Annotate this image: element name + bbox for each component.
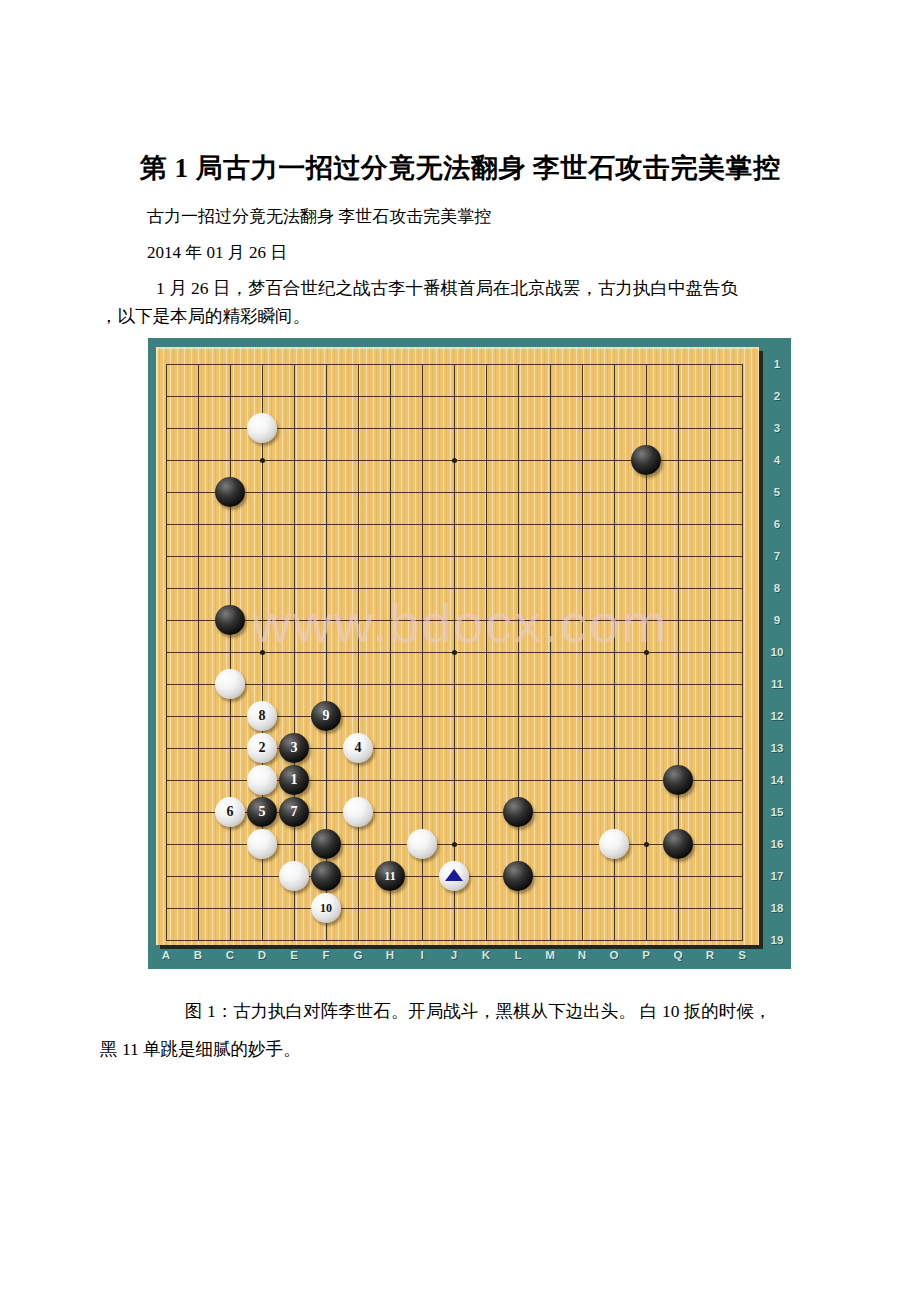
- col-label-K: K: [475, 949, 497, 961]
- col-label-A: A: [155, 949, 177, 961]
- stone-I16: [407, 829, 437, 859]
- stone-D12: 8: [247, 701, 277, 731]
- stone-G13: 4: [343, 733, 373, 763]
- star-point: [452, 842, 457, 847]
- col-label-O: O: [603, 949, 625, 961]
- stone-D14: [247, 765, 277, 795]
- stone-F18: 10: [311, 893, 341, 923]
- col-label-P: P: [635, 949, 657, 961]
- row-label-17: 17: [765, 868, 789, 884]
- row-label-4: 4: [765, 452, 789, 468]
- stone-J17: [439, 861, 469, 891]
- star-point: [452, 458, 457, 463]
- row-label-6: 6: [765, 516, 789, 532]
- move-number: 5: [259, 805, 266, 819]
- move-number: 2: [259, 741, 266, 755]
- row-label-10: 10: [765, 644, 789, 660]
- stone-G15: [343, 797, 373, 827]
- stone-Q16: [663, 829, 693, 859]
- stone-C5: [215, 477, 245, 507]
- col-label-E: E: [283, 949, 305, 961]
- col-label-J: J: [443, 949, 465, 961]
- stone-H17: 11: [375, 861, 405, 891]
- col-label-M: M: [539, 949, 561, 961]
- stone-C11: [215, 669, 245, 699]
- row-label-11: 11: [765, 676, 789, 692]
- move-number: 8: [259, 709, 266, 723]
- move-number: 4: [355, 741, 362, 755]
- move-number: 10: [320, 902, 332, 914]
- go-board: 8923416571110 ABCDEFGHIJKLMNOPQRS 123456…: [148, 338, 791, 969]
- move-number: 3: [291, 741, 298, 755]
- row-label-12: 12: [765, 708, 789, 724]
- col-label-L: L: [507, 949, 529, 961]
- col-label-B: B: [187, 949, 209, 961]
- stone-L15: [503, 797, 533, 827]
- stone-D16: [247, 829, 277, 859]
- col-label-F: F: [315, 949, 337, 961]
- paragraph-line-1: 1 月 26 日，梦百合世纪之战古李十番棋首局在北京战罢，古力执白中盘告负: [156, 276, 738, 300]
- row-label-9: 9: [765, 612, 789, 628]
- col-label-G: G: [347, 949, 369, 961]
- col-label-R: R: [699, 949, 721, 961]
- stone-E17: [279, 861, 309, 891]
- col-label-H: H: [379, 949, 401, 961]
- col-label-S: S: [731, 949, 753, 961]
- triangle-marker-icon: [445, 869, 463, 881]
- col-label-I: I: [411, 949, 433, 961]
- stone-P4: [631, 445, 661, 475]
- star-point: [260, 458, 265, 463]
- row-label-3: 3: [765, 420, 789, 436]
- stone-Q14: [663, 765, 693, 795]
- date-line: 2014 年 01 月 26 日: [147, 241, 287, 264]
- stone-C9: [215, 605, 245, 635]
- row-label-16: 16: [765, 836, 789, 852]
- move-number: 7: [291, 805, 298, 819]
- move-number: 11: [384, 870, 395, 882]
- stone-F17: [311, 861, 341, 891]
- row-label-8: 8: [765, 580, 789, 596]
- stone-E15: 7: [279, 797, 309, 827]
- stone-E13: 3: [279, 733, 309, 763]
- row-label-15: 15: [765, 804, 789, 820]
- star-point: [644, 842, 649, 847]
- caption-line-2: 黑 11 单跳是细腻的妙手。: [100, 1037, 301, 1061]
- stone-C15: 6: [215, 797, 245, 827]
- stone-D3: [247, 413, 277, 443]
- star-point: [644, 650, 649, 655]
- stone-L17: [503, 861, 533, 891]
- row-label-18: 18: [765, 900, 789, 916]
- col-label-Q: Q: [667, 949, 689, 961]
- stone-D13: 2: [247, 733, 277, 763]
- move-number: 1: [291, 773, 298, 787]
- stone-O16: [599, 829, 629, 859]
- stone-F12: 9: [311, 701, 341, 731]
- row-label-5: 5: [765, 484, 789, 500]
- subtitle: 古力一招过分竟无法翻身 李世石攻击完美掌控: [147, 205, 491, 228]
- row-label-7: 7: [765, 548, 789, 564]
- move-number: 6: [227, 805, 234, 819]
- document-page: 第 1 局古力一招过分竟无法翻身 李世石攻击完美掌控 古力一招过分竟无法翻身 李…: [0, 0, 920, 1302]
- row-label-19: 19: [765, 932, 789, 948]
- stone-F16: [311, 829, 341, 859]
- col-label-N: N: [571, 949, 593, 961]
- stone-E14: 1: [279, 765, 309, 795]
- move-number: 9: [323, 709, 330, 723]
- caption-line-1: 图 1：古力执白对阵李世石。开局战斗，黑棋从下边出头。 白 10 扳的时候，: [185, 999, 771, 1023]
- stone-D15: 5: [247, 797, 277, 827]
- page-title: 第 1 局古力一招过分竟无法翻身 李世石攻击完美掌控: [0, 150, 920, 186]
- row-label-14: 14: [765, 772, 789, 788]
- row-label-2: 2: [765, 388, 789, 404]
- star-point: [260, 650, 265, 655]
- row-label-13: 13: [765, 740, 789, 756]
- row-label-1: 1: [765, 356, 789, 372]
- col-label-D: D: [251, 949, 273, 961]
- col-label-C: C: [219, 949, 241, 961]
- star-point: [452, 650, 457, 655]
- paragraph-line-2: ，以下是本局的精彩瞬间。: [100, 304, 310, 328]
